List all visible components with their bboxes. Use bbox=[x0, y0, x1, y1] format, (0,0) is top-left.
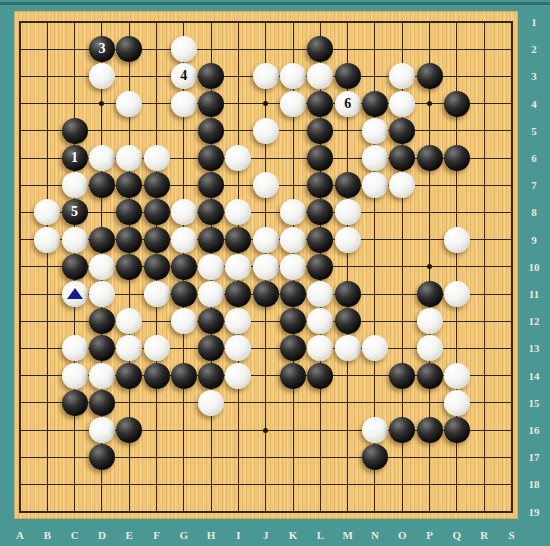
grid-line-vertical bbox=[484, 21, 485, 513]
grid-line-vertical bbox=[511, 21, 513, 513]
white-stone bbox=[253, 118, 279, 144]
black-stone bbox=[307, 36, 333, 62]
black-stone bbox=[89, 172, 115, 198]
black-stone bbox=[62, 390, 88, 416]
black-stone bbox=[144, 227, 170, 253]
white-stone bbox=[116, 91, 142, 117]
white-stone bbox=[144, 335, 170, 361]
white-stone bbox=[444, 227, 470, 253]
white-stone: 6 bbox=[335, 91, 361, 117]
black-stone bbox=[89, 390, 115, 416]
white-stone bbox=[62, 335, 88, 361]
black-stone bbox=[253, 281, 279, 307]
black-stone bbox=[116, 417, 142, 443]
black-stone: 5 bbox=[62, 199, 88, 225]
black-stone bbox=[171, 254, 197, 280]
star-point bbox=[427, 264, 432, 269]
black-stone bbox=[144, 172, 170, 198]
black-stone: 1 bbox=[62, 145, 88, 171]
white-stone bbox=[62, 172, 88, 198]
white-stone bbox=[198, 281, 224, 307]
black-stone bbox=[444, 145, 470, 171]
move-number-label: 5 bbox=[71, 205, 78, 219]
black-stone bbox=[417, 363, 443, 389]
white-stone bbox=[116, 145, 142, 171]
white-stone bbox=[417, 308, 443, 334]
grid-line-horizontal bbox=[19, 484, 513, 485]
black-stone bbox=[116, 36, 142, 62]
white-stone bbox=[89, 63, 115, 89]
white-stone bbox=[198, 254, 224, 280]
move-number-label: 1 bbox=[71, 151, 78, 165]
white-stone bbox=[307, 308, 333, 334]
white-stone bbox=[280, 254, 306, 280]
white-stone bbox=[89, 281, 115, 307]
black-stone bbox=[307, 363, 333, 389]
white-stone bbox=[225, 335, 251, 361]
black-stone bbox=[198, 145, 224, 171]
black-stone bbox=[389, 118, 415, 144]
black-stone bbox=[417, 63, 443, 89]
black-stone bbox=[116, 172, 142, 198]
white-stone bbox=[225, 145, 251, 171]
white-stone bbox=[253, 172, 279, 198]
white-stone bbox=[280, 199, 306, 225]
black-stone bbox=[280, 308, 306, 334]
black-stone bbox=[307, 254, 333, 280]
black-stone bbox=[171, 363, 197, 389]
white-stone bbox=[444, 363, 470, 389]
white-stone bbox=[417, 335, 443, 361]
white-stone bbox=[144, 145, 170, 171]
black-stone bbox=[444, 417, 470, 443]
white-stone bbox=[253, 63, 279, 89]
triangle-marker bbox=[67, 288, 83, 299]
white-stone bbox=[253, 227, 279, 253]
black-stone bbox=[335, 281, 361, 307]
white-stone bbox=[362, 335, 388, 361]
black-stone bbox=[417, 281, 443, 307]
white-stone bbox=[444, 390, 470, 416]
white-stone bbox=[34, 199, 60, 225]
white-stone bbox=[225, 363, 251, 389]
black-stone bbox=[198, 63, 224, 89]
black-stone bbox=[198, 308, 224, 334]
white-stone bbox=[89, 254, 115, 280]
white-stone bbox=[389, 172, 415, 198]
white-stone bbox=[225, 308, 251, 334]
black-stone bbox=[389, 417, 415, 443]
black-stone bbox=[225, 227, 251, 253]
black-stone bbox=[307, 145, 333, 171]
black-stone bbox=[335, 63, 361, 89]
black-stone bbox=[198, 91, 224, 117]
black-stone bbox=[198, 199, 224, 225]
black-stone bbox=[116, 199, 142, 225]
white-stone bbox=[34, 227, 60, 253]
black-stone bbox=[144, 254, 170, 280]
go-diagram-page: { "game": "go", "board": { "size": 19, "… bbox=[0, 0, 550, 546]
black-stone bbox=[307, 91, 333, 117]
black-stone bbox=[116, 254, 142, 280]
white-stone bbox=[171, 227, 197, 253]
move-number-label: 3 bbox=[98, 42, 105, 56]
black-stone bbox=[444, 91, 470, 117]
white-stone bbox=[362, 118, 388, 144]
black-stone bbox=[116, 227, 142, 253]
move-number-label: 4 bbox=[180, 69, 187, 83]
white-stone bbox=[171, 199, 197, 225]
black-stone bbox=[280, 335, 306, 361]
white-stone bbox=[335, 227, 361, 253]
black-stone bbox=[198, 172, 224, 198]
black-stone bbox=[389, 363, 415, 389]
go-board[interactable]: 34615 bbox=[0, 0, 550, 546]
black-stone bbox=[417, 145, 443, 171]
star-point bbox=[427, 101, 432, 106]
black-stone bbox=[144, 363, 170, 389]
black-stone bbox=[198, 227, 224, 253]
black-stone bbox=[62, 118, 88, 144]
black-stone bbox=[89, 308, 115, 334]
black-stone bbox=[89, 335, 115, 361]
white-stone bbox=[389, 91, 415, 117]
black-stone bbox=[362, 444, 388, 470]
black-stone bbox=[144, 199, 170, 225]
white-stone bbox=[335, 335, 361, 361]
white-stone bbox=[389, 63, 415, 89]
black-stone bbox=[198, 335, 224, 361]
white-stone bbox=[89, 363, 115, 389]
black-stone bbox=[280, 281, 306, 307]
white-stone bbox=[171, 36, 197, 62]
star-point bbox=[263, 101, 268, 106]
white-stone bbox=[89, 417, 115, 443]
black-stone bbox=[362, 91, 388, 117]
black-stone bbox=[389, 145, 415, 171]
black-stone bbox=[307, 227, 333, 253]
black-stone bbox=[225, 281, 251, 307]
white-stone bbox=[171, 308, 197, 334]
black-stone bbox=[89, 227, 115, 253]
white-stone bbox=[144, 281, 170, 307]
white-stone bbox=[89, 145, 115, 171]
black-stone bbox=[62, 254, 88, 280]
black-stone bbox=[198, 363, 224, 389]
white-stone bbox=[280, 91, 306, 117]
black-stone bbox=[417, 417, 443, 443]
white-stone bbox=[62, 363, 88, 389]
black-stone bbox=[198, 118, 224, 144]
black-stone bbox=[116, 363, 142, 389]
white-stone bbox=[307, 63, 333, 89]
black-stone bbox=[335, 308, 361, 334]
white-stone bbox=[362, 172, 388, 198]
black-stone bbox=[280, 363, 306, 389]
white-stone bbox=[225, 254, 251, 280]
white-stone bbox=[253, 254, 279, 280]
white-stone bbox=[116, 335, 142, 361]
white-stone bbox=[444, 281, 470, 307]
white-stone bbox=[62, 227, 88, 253]
black-stone bbox=[89, 444, 115, 470]
white-stone bbox=[280, 227, 306, 253]
white-stone bbox=[335, 199, 361, 225]
white-stone bbox=[116, 308, 142, 334]
grid-line-horizontal bbox=[19, 511, 513, 513]
white-stone bbox=[198, 390, 224, 416]
white-stone: 4 bbox=[171, 63, 197, 89]
star-point bbox=[263, 428, 268, 433]
white-stone bbox=[171, 91, 197, 117]
white-stone bbox=[307, 281, 333, 307]
black-stone bbox=[171, 281, 197, 307]
black-stone: 3 bbox=[89, 36, 115, 62]
white-stone bbox=[280, 63, 306, 89]
black-stone bbox=[335, 172, 361, 198]
white-stone bbox=[362, 417, 388, 443]
star-point bbox=[99, 101, 104, 106]
white-stone bbox=[362, 145, 388, 171]
move-number-label: 6 bbox=[344, 97, 351, 111]
black-stone bbox=[307, 172, 333, 198]
white-stone bbox=[307, 335, 333, 361]
black-stone bbox=[307, 199, 333, 225]
white-stone bbox=[225, 199, 251, 225]
black-stone bbox=[307, 118, 333, 144]
